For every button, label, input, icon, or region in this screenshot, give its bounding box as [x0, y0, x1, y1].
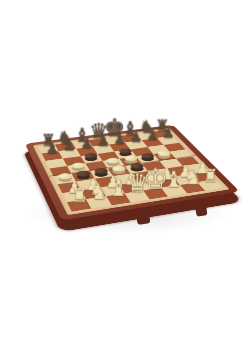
piece-glyph: ♟ — [130, 131, 143, 145]
piece-glyph: ♞ — [183, 167, 201, 187]
piece-glyph: ♟ — [114, 133, 127, 147]
piece-glyph: ♟ — [146, 128, 159, 142]
product-photo-stage: ♜♞♝♛♚♝♞♜♟♟♟♟♟♟♟♟♟♟♟♟♟♟♟♟♜♞♝♛♚♝♞♜ — [0, 0, 246, 355]
piece-glyph: ♜ — [202, 167, 218, 185]
piece-glyph: ♟ — [162, 126, 174, 140]
piece-glyph: ♟ — [63, 139, 76, 153]
piece-glyph: ♟ — [80, 137, 93, 151]
piece-glyph: ♞ — [90, 181, 109, 202]
piece-glyph: ♟ — [97, 135, 110, 149]
piece-glyph: ♝ — [108, 177, 128, 199]
piece-glyph: ♜ — [71, 186, 88, 205]
chess-board-3d: ♜♞♝♛♚♝♞♜♟♟♟♟♟♟♟♟♟♟♟♟♟♟♟♟♜♞♝♛♚♝♞♜ — [25, 125, 240, 221]
piece-glyph: ♟ — [46, 141, 59, 156]
piece-glyph: ♛ — [126, 171, 148, 196]
